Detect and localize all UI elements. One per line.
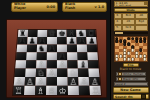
white-player-plate: White Player 0:00 [11,2,58,12]
option-white-label: White: Human [123,73,143,76]
square-b2[interactable]: ♙ [24,77,35,86]
square-h1[interactable]: ♖ [89,85,101,94]
chess-board[interactable]: ♜♛♚♝♞♜♟♟♟♟♟♟♞♟♟♗♙♝♘♙♘♙♙♙♙♙♙♖♗♕♔♖ [13,29,101,94]
move-cell: d3 [122,19,135,25]
option-white-player[interactable]: White: Human [116,72,146,76]
square-g5[interactable] [77,52,88,60]
sound-label: Sound: On [115,95,133,99]
white-piece-k[interactable]: ♔ [57,87,68,96]
black-piece-p[interactable]: ♟ [86,37,96,45]
black-piece-p[interactable]: ♟ [27,37,37,45]
white-piece-r[interactable]: ♖ [12,87,23,96]
black-player-plate: Black Flash v 1.0 [62,2,107,12]
move-number: 5. [114,25,122,31]
mini-piece-dot [127,58,130,61]
white-piece-p[interactable]: ♙ [24,78,35,87]
black-piece-p[interactable]: ♟ [17,37,27,45]
white-piece-p[interactable]: ♙ [78,78,89,87]
mini-piece-dot [123,58,126,61]
square-a5[interactable] [15,52,26,60]
black-piece-p[interactable]: ♟ [66,37,76,45]
mini-piece-dot [131,58,134,61]
square-h2[interactable]: ♙ [88,77,99,86]
scroll-up-button[interactable] [144,2,147,5]
square-a2[interactable]: ♙ [13,77,24,86]
white-piece-b[interactable]: ♗ [34,87,45,96]
square-a4[interactable] [15,60,26,68]
move-cell: Bc4 [122,13,135,19]
square-f7[interactable]: ♟ [66,37,76,44]
white-piece-p[interactable]: ♙ [46,69,57,78]
white-piece-r[interactable]: ♖ [90,87,101,96]
square-f3[interactable]: ♘ [67,68,78,77]
square-e1[interactable]: ♔ [57,85,68,94]
square-a1[interactable]: ♖ [13,85,25,94]
square-e4[interactable]: ♙ [57,60,67,68]
white-piece-q[interactable]: ♕ [45,87,56,96]
move-row: 5.Nc3 [114,25,148,31]
square-a7[interactable]: ♟ [17,37,27,44]
square-d8[interactable]: ♛ [47,29,57,36]
white-piece-p[interactable]: ♙ [67,78,78,87]
square-d3[interactable]: ♙ [46,68,57,77]
level-label: Level 2 [116,83,126,86]
black-piece-k[interactable]: ♚ [57,29,67,37]
status-line-2: 2. Nf3 Nc6 [116,5,146,7]
square-b4[interactable] [25,60,36,68]
square-c2[interactable]: ♙ [35,77,46,86]
square-d4[interactable] [46,60,56,68]
square-g2[interactable]: ♙ [78,77,89,86]
move-row: 4.d3Bg4 [114,19,148,25]
black-piece-q[interactable]: ♛ [47,29,57,37]
option-black-player[interactable]: Black: CPU [116,77,146,81]
sound-checkbox-icon[interactable] [141,94,146,99]
move-cell: Bg4 [135,19,148,25]
black-player-subtitle: Flash [65,7,75,11]
mini-piece-dot [115,58,118,61]
new-game-button[interactable]: New Game [113,87,149,93]
square-b3[interactable] [25,68,36,77]
square-e8[interactable]: ♚ [57,29,67,36]
move-list-scrollbar[interactable] [114,32,148,34]
move-row: 3.Bc4d6 [114,13,148,19]
black-piece-b[interactable]: ♝ [77,60,87,69]
flip-button[interactable]: Flip [123,63,139,67]
white-player-subtitle: Player [14,7,26,11]
undo-button[interactable]: Undo [114,8,148,12]
move-cell: Nc3 [122,25,135,31]
square-e2[interactable] [57,77,68,86]
chess-board-frame: ♜♛♚♝♞♜♟♟♟♟♟♟♞♟♟♗♙♝♘♙♘♙♙♙♙♙♙♖♗♕♔♖ [6,19,107,98]
move-history-header: 1. e4 e5 2. Nf3 Nc6 [114,1,148,7]
mini-piece-dot [143,58,146,61]
move-number: 3. [114,13,122,19]
square-h3[interactable] [88,68,99,77]
white-piece-p[interactable]: ♙ [57,60,67,69]
move-cell: d6 [135,13,148,19]
square-c1[interactable]: ♗ [35,85,46,94]
square-e5[interactable]: ♟ [57,52,67,60]
checkbox-icon[interactable] [118,77,123,82]
mini-board [114,36,148,61]
sidebar: 1. e4 e5 2. Nf3 Nc6 Undo 3.Bc4d64.d3Bg45… [110,0,150,100]
move-list: 3.Bc4d64.d3Bg45.Nc3 [114,13,148,31]
square-f4[interactable] [67,60,78,68]
square-b5[interactable] [26,52,37,60]
black-clock: v 1.0 [95,5,104,9]
white-clock: 0:00 [47,5,55,9]
sound-toggle[interactable]: Sound: On [113,94,149,99]
square-c6[interactable]: ♞ [36,44,46,52]
scrollbar-thumb-icon[interactable] [115,32,123,34]
square-h7[interactable]: ♟ [86,37,96,44]
square-b7[interactable]: ♟ [27,37,37,44]
square-h4[interactable] [87,60,98,68]
move-cell [135,25,148,31]
black-piece-n[interactable]: ♞ [36,44,46,52]
mini-square-h1 [143,58,147,61]
square-c4[interactable]: ♗ [36,60,47,68]
square-c3[interactable]: ♘ [35,68,46,77]
square-g4[interactable]: ♝ [77,60,88,68]
black-piece-p[interactable]: ♟ [76,37,86,45]
square-f2[interactable]: ♙ [67,77,78,86]
square-d1[interactable]: ♕ [46,85,57,94]
square-g7[interactable]: ♟ [76,37,86,44]
square-h5[interactable] [87,52,98,60]
square-a3[interactable] [14,68,25,77]
checkbox-icon[interactable] [118,72,123,77]
square-e6[interactable] [57,44,67,52]
black-piece-p[interactable]: ♟ [46,44,56,52]
level-selector[interactable]: Level 2 [114,82,148,86]
turn-label: Black to move [120,68,141,72]
move-number: 4. [114,19,122,25]
option-black-label: Black: CPU [123,78,138,81]
square-d6[interactable]: ♟ [46,44,56,52]
square-f5[interactable] [67,52,77,60]
